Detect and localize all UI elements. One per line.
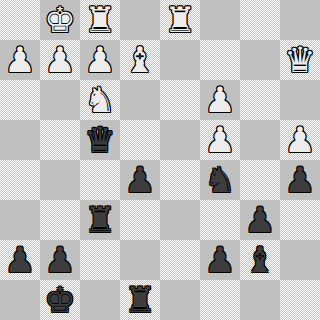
square-g4[interactable] xyxy=(240,160,280,200)
square-b2[interactable]: ♟ xyxy=(40,240,80,280)
square-f7[interactable] xyxy=(200,40,240,80)
square-f3[interactable] xyxy=(200,200,240,240)
square-f5[interactable]: ♟ xyxy=(200,120,240,160)
square-d1[interactable]: ♜ xyxy=(120,280,160,320)
square-c8[interactable]: ♜ xyxy=(80,0,120,40)
square-g3[interactable]: ♟ xyxy=(240,200,280,240)
square-g5[interactable] xyxy=(240,120,280,160)
square-f2[interactable]: ♟ xyxy=(200,240,240,280)
piece-wR-e8[interactable]: ♜ xyxy=(164,0,195,40)
square-h3[interactable] xyxy=(280,200,320,240)
square-e3[interactable] xyxy=(160,200,200,240)
square-f1[interactable] xyxy=(200,280,240,320)
square-h2[interactable] xyxy=(280,240,320,280)
square-g7[interactable] xyxy=(240,40,280,80)
piece-wP-f6[interactable]: ♟ xyxy=(204,80,235,120)
square-b7[interactable]: ♟ xyxy=(40,40,80,80)
square-a1[interactable] xyxy=(0,280,40,320)
square-h6[interactable] xyxy=(280,80,320,120)
piece-wP-h5[interactable]: ♟ xyxy=(284,120,315,160)
square-h4[interactable]: ♟ xyxy=(280,160,320,200)
square-d5[interactable] xyxy=(120,120,160,160)
piece-bB-g2[interactable]: ♝ xyxy=(244,240,275,280)
square-b4[interactable] xyxy=(40,160,80,200)
square-a6[interactable] xyxy=(0,80,40,120)
square-f4[interactable]: ♞ xyxy=(200,160,240,200)
square-a3[interactable] xyxy=(0,200,40,240)
square-h1[interactable] xyxy=(280,280,320,320)
piece-bK-b1[interactable]: ♚ xyxy=(44,280,75,320)
square-b1[interactable]: ♚ xyxy=(40,280,80,320)
piece-bP-g3[interactable]: ♟ xyxy=(244,200,275,240)
piece-wR-c8[interactable]: ♜ xyxy=(84,0,115,40)
square-f6[interactable]: ♟ xyxy=(200,80,240,120)
piece-wP-c7[interactable]: ♟ xyxy=(84,40,115,80)
square-c4[interactable] xyxy=(80,160,120,200)
square-g6[interactable] xyxy=(240,80,280,120)
square-c2[interactable] xyxy=(80,240,120,280)
square-d2[interactable] xyxy=(120,240,160,280)
square-b8[interactable]: ♚ xyxy=(40,0,80,40)
square-e8[interactable]: ♜ xyxy=(160,0,200,40)
square-a4[interactable] xyxy=(0,160,40,200)
square-e4[interactable] xyxy=(160,160,200,200)
piece-bP-a2[interactable]: ♟ xyxy=(4,240,35,280)
piece-bP-b2[interactable]: ♟ xyxy=(44,240,75,280)
square-h7[interactable]: ♛ xyxy=(280,40,320,80)
square-c1[interactable] xyxy=(80,280,120,320)
square-a2[interactable]: ♟ xyxy=(0,240,40,280)
square-g8[interactable] xyxy=(240,0,280,40)
square-a7[interactable]: ♟ xyxy=(0,40,40,80)
piece-wP-a7[interactable]: ♟ xyxy=(4,40,35,80)
chess-board: ♚♜♜♟♟♟♝♛♞♟♛♟♟♟♞♟♜♟♟♟♟♝♚♜ xyxy=(0,0,320,320)
piece-wP-b7[interactable]: ♟ xyxy=(44,40,75,80)
square-e7[interactable] xyxy=(160,40,200,80)
square-c3[interactable]: ♜ xyxy=(80,200,120,240)
piece-bP-f2[interactable]: ♟ xyxy=(204,240,235,280)
square-f8[interactable] xyxy=(200,0,240,40)
square-a8[interactable] xyxy=(0,0,40,40)
square-d3[interactable] xyxy=(120,200,160,240)
square-e5[interactable] xyxy=(160,120,200,160)
piece-bR-c3[interactable]: ♜ xyxy=(84,200,115,240)
piece-wB-d7[interactable]: ♝ xyxy=(124,40,155,80)
square-d4[interactable]: ♟ xyxy=(120,160,160,200)
piece-bR-d1[interactable]: ♜ xyxy=(124,280,155,320)
piece-wQ-h7[interactable]: ♛ xyxy=(284,40,315,80)
square-e1[interactable] xyxy=(160,280,200,320)
square-d7[interactable]: ♝ xyxy=(120,40,160,80)
piece-bP-d4[interactable]: ♟ xyxy=(124,160,155,200)
square-e2[interactable] xyxy=(160,240,200,280)
piece-bP-h4[interactable]: ♟ xyxy=(284,160,315,200)
square-g2[interactable]: ♝ xyxy=(240,240,280,280)
square-g1[interactable] xyxy=(240,280,280,320)
piece-wK-b8[interactable]: ♚ xyxy=(44,0,75,40)
square-h5[interactable]: ♟ xyxy=(280,120,320,160)
piece-bN-f4[interactable]: ♞ xyxy=(204,160,235,200)
piece-bQ-c5[interactable]: ♛ xyxy=(84,120,115,160)
square-b6[interactable] xyxy=(40,80,80,120)
square-e6[interactable] xyxy=(160,80,200,120)
piece-wN-c6[interactable]: ♞ xyxy=(84,80,115,120)
square-a5[interactable] xyxy=(0,120,40,160)
square-b5[interactable] xyxy=(40,120,80,160)
piece-wP-f5[interactable]: ♟ xyxy=(204,120,235,160)
square-h8[interactable] xyxy=(280,0,320,40)
square-c7[interactable]: ♟ xyxy=(80,40,120,80)
square-c6[interactable]: ♞ xyxy=(80,80,120,120)
square-d6[interactable] xyxy=(120,80,160,120)
square-c5[interactable]: ♛ xyxy=(80,120,120,160)
square-d8[interactable] xyxy=(120,0,160,40)
square-b3[interactable] xyxy=(40,200,80,240)
